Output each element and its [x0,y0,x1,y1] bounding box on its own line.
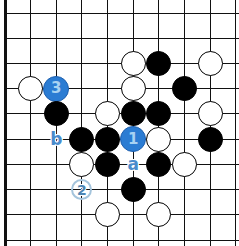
move-3-stone: 3 [43,76,69,102]
grid-line [4,13,239,14]
stone-white [18,76,43,101]
stone-black [95,152,120,177]
stone-black [95,127,120,152]
grid-line [4,214,239,215]
stone-white [198,101,223,126]
move-1-stone: 1 [120,126,146,152]
stone-black [44,101,69,126]
stone-white [95,202,120,227]
move-2-annotation: 2 [71,179,92,200]
stone-white [121,76,146,101]
stone-black [146,152,171,177]
stone-white [146,127,171,152]
go-board[interactable]: 3b1a2 [0,0,239,246]
stone-white [95,101,120,126]
stone-black [121,101,146,126]
point-label-b: b [46,129,66,149]
stone-white [69,152,94,177]
stone-black [198,127,223,152]
grid-line [4,38,239,39]
stone-white [198,51,223,76]
grid-line [4,240,239,241]
stone-black [172,76,197,101]
grid-line [4,164,239,165]
stone-black [121,177,146,202]
stone-black [69,127,94,152]
stone-black [146,51,171,76]
point-label-a: a [123,154,143,174]
stone-white [172,152,197,177]
stone-white [121,51,146,76]
stone-white [146,202,171,227]
stone-black [146,101,171,126]
